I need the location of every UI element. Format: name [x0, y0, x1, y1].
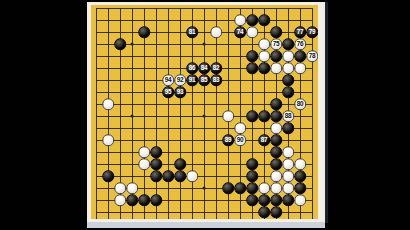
black-stone	[246, 50, 258, 62]
black-stone	[174, 170, 186, 182]
white-stone: 80	[294, 98, 306, 110]
move-number: 87	[261, 137, 268, 143]
letterbox-right	[327, 0, 410, 230]
white-stone	[126, 182, 138, 194]
white-stone	[294, 194, 306, 206]
white-stone: 92	[174, 74, 186, 86]
move-number: 89	[225, 137, 232, 143]
white-stone	[138, 158, 150, 170]
black-stone	[270, 110, 282, 122]
black-stone: 79	[306, 26, 318, 38]
move-number: 84	[201, 65, 208, 71]
black-stone: 74	[234, 26, 246, 38]
go-board[interactable]: 8174777975767886848294929185839593808889…	[91, 5, 318, 219]
move-number: 80	[297, 101, 304, 107]
window-bottom-strip	[87, 222, 325, 228]
black-stone	[246, 170, 258, 182]
letterbox-left	[0, 0, 87, 230]
white-stone	[258, 50, 270, 62]
move-number: 75	[273, 41, 280, 47]
black-stone	[270, 206, 282, 218]
black-stone	[282, 86, 294, 98]
black-stone: 87	[258, 134, 270, 146]
black-stone: 85	[198, 74, 210, 86]
window-right-edge	[325, 2, 328, 223]
black-stone	[282, 194, 294, 206]
black-stone: 89	[222, 134, 234, 146]
black-stone	[258, 110, 270, 122]
move-number: 90	[237, 137, 244, 143]
black-stone	[222, 182, 234, 194]
black-stone	[294, 50, 306, 62]
move-number: 95	[165, 89, 172, 95]
black-stone	[150, 146, 162, 158]
move-number: 79	[309, 29, 316, 35]
star-point	[131, 43, 134, 46]
white-stone	[114, 182, 126, 194]
white-stone	[234, 14, 246, 26]
move-number: 88	[285, 113, 292, 119]
screenshot-canvas: 8174777975767886848294929185839593808889…	[0, 0, 410, 230]
star-point	[203, 115, 206, 118]
black-stone	[138, 26, 150, 38]
black-stone: 82	[210, 62, 222, 74]
white-stone: 75	[270, 38, 282, 50]
black-stone	[270, 26, 282, 38]
white-stone	[258, 38, 270, 50]
black-stone: 77	[294, 26, 306, 38]
black-stone: 84	[198, 62, 210, 74]
move-number: 86	[189, 65, 196, 71]
black-stone: 81	[186, 26, 198, 38]
black-stone: 83	[210, 74, 222, 86]
white-stone	[102, 134, 114, 146]
move-number: 93	[177, 89, 184, 95]
go-board-frame: 8174777975767886848294929185839593808889…	[87, 2, 325, 222]
white-stone	[114, 194, 126, 206]
black-stone	[150, 170, 162, 182]
black-stone	[258, 194, 270, 206]
white-stone	[234, 122, 246, 134]
white-stone	[282, 170, 294, 182]
star-point	[203, 187, 206, 190]
white-stone	[210, 26, 222, 38]
white-stone	[258, 182, 270, 194]
white-stone	[222, 110, 234, 122]
white-stone	[270, 122, 282, 134]
move-number: 91	[189, 77, 196, 83]
white-stone	[270, 170, 282, 182]
black-stone	[282, 122, 294, 134]
black-stone	[234, 182, 246, 194]
black-stone	[174, 158, 186, 170]
black-stone: 93	[174, 86, 186, 98]
white-stone	[282, 182, 294, 194]
black-stone	[138, 194, 150, 206]
move-number: 77	[297, 29, 304, 35]
black-stone: 91	[186, 74, 198, 86]
black-stone	[270, 98, 282, 110]
white-stone: 76	[294, 38, 306, 50]
black-stone	[246, 182, 258, 194]
move-number: 74	[237, 29, 244, 35]
move-number: 92	[177, 77, 184, 83]
star-point	[131, 115, 134, 118]
black-stone	[162, 170, 174, 182]
black-stone	[114, 38, 126, 50]
black-stone	[294, 182, 306, 194]
move-number: 94	[165, 77, 172, 83]
black-stone	[270, 158, 282, 170]
white-stone	[270, 62, 282, 74]
black-stone	[102, 170, 114, 182]
star-point	[203, 43, 206, 46]
black-stone	[150, 158, 162, 170]
go-board-grid[interactable]: 8174777975767886848294929185839593808889…	[96, 8, 313, 219]
black-stone	[246, 194, 258, 206]
white-stone: 88	[282, 110, 294, 122]
black-stone	[246, 110, 258, 122]
black-stone	[270, 50, 282, 62]
white-stone	[138, 146, 150, 158]
black-stone	[246, 158, 258, 170]
black-stone: 95	[162, 86, 174, 98]
white-stone	[186, 170, 198, 182]
black-stone	[282, 74, 294, 86]
black-stone: 86	[186, 62, 198, 74]
white-stone: 94	[162, 74, 174, 86]
white-stone: 90	[234, 134, 246, 146]
black-stone	[126, 194, 138, 206]
black-stone	[258, 206, 270, 218]
white-stone: 78	[306, 50, 318, 62]
white-stone	[270, 182, 282, 194]
white-stone	[282, 158, 294, 170]
black-stone	[246, 14, 258, 26]
black-stone	[294, 170, 306, 182]
black-stone	[270, 194, 282, 206]
white-stone	[282, 62, 294, 74]
move-number: 76	[297, 41, 304, 47]
black-stone	[270, 134, 282, 146]
white-stone	[294, 62, 306, 74]
black-stone	[258, 62, 270, 74]
move-number: 78	[309, 53, 316, 59]
white-stone	[282, 146, 294, 158]
white-stone	[102, 98, 114, 110]
white-stone	[282, 50, 294, 62]
move-number: 81	[189, 29, 196, 35]
black-stone	[282, 38, 294, 50]
white-stone	[294, 158, 306, 170]
black-stone	[258, 14, 270, 26]
move-number: 82	[213, 65, 220, 71]
black-stone	[246, 62, 258, 74]
black-stone	[150, 194, 162, 206]
move-number: 83	[213, 77, 220, 83]
move-number: 85	[201, 77, 208, 83]
white-stone	[246, 26, 258, 38]
black-stone	[270, 146, 282, 158]
